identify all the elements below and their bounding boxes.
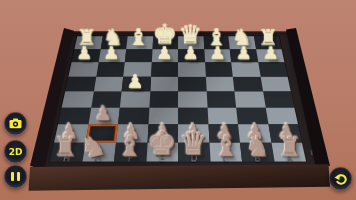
square-f1[interactable]: ♝ [126,36,153,49]
square-e4[interactable] [150,76,178,91]
piece-wP-f4[interactable]: ♟ [127,72,144,91]
undo-arrow-icon [334,173,348,185]
square-g4[interactable] [93,76,123,91]
square-e8[interactable]: ♚ [146,142,178,161]
square-g8[interactable]: ♞ [82,142,116,161]
square-a5[interactable] [263,91,295,107]
square-e5[interactable] [149,91,178,107]
piece-wP-d2[interactable]: ♟ [183,44,199,62]
square-h2[interactable]: ♟ [72,49,101,62]
square-d8[interactable]: ♛ [178,142,210,161]
piece-bR-h8[interactable]: ♜ [54,134,78,161]
square-d5[interactable] [178,91,207,107]
square-g2[interactable]: ♟ [98,49,126,62]
square-c4[interactable] [205,76,234,91]
square-h5[interactable] [62,91,94,107]
pause-icon [11,172,20,181]
square-f8[interactable]: ♝ [114,142,147,161]
piece-wB-f1[interactable]: ♝ [129,25,150,49]
camera-view-button[interactable] [4,112,27,135]
square-b2[interactable]: ♟ [230,49,258,62]
square-a8[interactable]: ♜ [271,142,306,161]
chess-board[interactable]: ♜♞♝♚♛♝♞♜♟♟♟♟♟♟♟♟♟♟♟♟♟♟♟♟♜♞♝♚♛♝♞♜ [50,36,306,161]
square-f5[interactable] [120,91,150,107]
piece-bR-a8[interactable]: ♜ [278,134,302,161]
square-b3[interactable] [231,62,260,76]
2d-mode-label: 2D [9,147,23,157]
square-h4[interactable] [65,76,96,91]
square-a2[interactable]: ♟ [256,49,285,62]
square-e3[interactable] [151,62,178,76]
square-c8[interactable]: ♝ [209,142,242,161]
square-g3[interactable] [96,62,125,76]
piece-bB-c8[interactable]: ♝ [213,131,239,160]
piece-wP-b2[interactable]: ♟ [236,44,252,62]
piece-bB-f8[interactable]: ♝ [117,131,143,160]
square-d2[interactable]: ♟ [178,49,205,62]
square-b5[interactable] [234,91,265,107]
square-e2[interactable]: ♟ [151,49,178,62]
piece-bP-g6[interactable]: ♟ [94,103,112,123]
pause-button[interactable] [4,165,27,188]
square-c3[interactable] [205,62,233,76]
piece-wP-e2[interactable]: ♟ [157,44,173,62]
camera-icon [9,118,22,129]
square-c2[interactable]: ♟ [204,49,231,62]
square-h3[interactable] [68,62,98,76]
piece-bN-b8[interactable]: ♞ [245,132,270,160]
2d-mode-button[interactable]: 2D [4,140,27,163]
square-b8[interactable]: ♞ [240,142,274,161]
piece-wP-c2[interactable]: ♟ [210,44,226,62]
piece-wP-g2[interactable]: ♟ [104,44,120,62]
square-c5[interactable] [206,91,236,107]
piece-wP-a2[interactable]: ♟ [263,44,279,62]
square-d4[interactable] [178,76,206,91]
square-a4[interactable] [260,76,291,91]
piece-bQ-d8[interactable]: ♛ [179,128,208,161]
board-frame: ♜♞♝♚♛♝♞♜♟♟♟♟♟♟♟♟♟♟♟♟♟♟♟♟♜♞♝♚♛♝♞♜ HGFEDCB… [28,31,327,185]
piece-bK-e8[interactable]: ♚ [147,127,177,161]
square-b4[interactable] [233,76,263,91]
chess-app-screen: ♜♞♝♚♛♝♞♜♟♟♟♟♟♟♟♟♟♟♟♟♟♟♟♟♜♞♝♚♛♝♞♜ HGFEDCB… [0,0,356,200]
square-f2[interactable] [125,49,152,62]
square-a3[interactable] [258,62,288,76]
square-f4[interactable]: ♟ [122,76,151,91]
undo-move-button[interactable] [329,167,352,190]
square-g6[interactable]: ♟ [88,107,120,124]
square-d3[interactable] [178,62,205,76]
piece-wP-h2[interactable]: ♟ [77,44,93,62]
